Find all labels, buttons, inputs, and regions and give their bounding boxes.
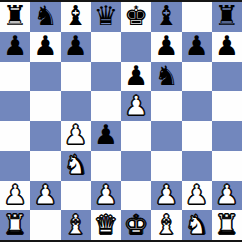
square-d6[interactable] xyxy=(91,62,121,92)
square-d7[interactable] xyxy=(91,32,121,62)
square-f5[interactable] xyxy=(151,91,181,121)
square-b7[interactable]: ♟ xyxy=(30,32,60,62)
white-rook-icon[interactable]: ♜ xyxy=(215,211,239,238)
square-b4[interactable] xyxy=(30,121,60,151)
black-pawn-icon[interactable]: ♟ xyxy=(124,62,148,89)
square-f4[interactable] xyxy=(151,121,181,151)
square-c4[interactable]: ♟ xyxy=(61,121,91,151)
square-a1[interactable]: ♜ xyxy=(0,210,30,240)
square-c2[interactable] xyxy=(61,181,91,211)
white-pawn-icon[interactable]: ♟ xyxy=(185,181,209,208)
square-d3[interactable] xyxy=(91,151,121,181)
white-pawn-icon[interactable]: ♟ xyxy=(94,181,118,208)
square-e3[interactable] xyxy=(121,151,151,181)
square-g3[interactable] xyxy=(182,151,212,181)
black-bishop-icon[interactable]: ♝ xyxy=(154,2,178,29)
square-b1[interactable] xyxy=(30,210,60,240)
square-f6[interactable]: ♞ xyxy=(151,62,181,92)
square-e4[interactable] xyxy=(121,121,151,151)
square-g6[interactable] xyxy=(182,62,212,92)
white-king-icon[interactable]: ♚ xyxy=(124,211,148,238)
black-rook-icon[interactable]: ♜ xyxy=(3,2,27,29)
square-h7[interactable]: ♟ xyxy=(212,32,242,62)
white-knight-icon[interactable]: ♞ xyxy=(185,211,209,238)
black-pawn-icon[interactable]: ♟ xyxy=(3,32,27,59)
square-e1[interactable]: ♚ xyxy=(121,210,151,240)
square-h2[interactable]: ♟ xyxy=(212,181,242,211)
square-e6[interactable]: ♟ xyxy=(121,62,151,92)
square-h4[interactable] xyxy=(212,121,242,151)
square-c7[interactable]: ♟ xyxy=(61,32,91,62)
black-bishop-icon[interactable]: ♝ xyxy=(64,2,88,29)
chess-board: ♜♞♝♛♚♝♜♟♟♟♟♟♟♟♞♟♟♟♞♟♟♟♟♟♟♜♝♛♚♝♞♜ xyxy=(0,0,242,242)
black-queen-icon[interactable]: ♛ xyxy=(94,2,118,29)
square-d8[interactable]: ♛ xyxy=(91,2,121,32)
square-f1[interactable]: ♝ xyxy=(151,210,181,240)
square-d1[interactable]: ♛ xyxy=(91,210,121,240)
square-e7[interactable] xyxy=(121,32,151,62)
white-rook-icon[interactable]: ♜ xyxy=(3,211,27,238)
black-king-icon[interactable]: ♚ xyxy=(124,2,148,29)
black-rook-icon[interactable]: ♜ xyxy=(215,2,239,29)
square-g2[interactable]: ♟ xyxy=(182,181,212,211)
square-e2[interactable] xyxy=(121,181,151,211)
square-g8[interactable] xyxy=(182,2,212,32)
square-h3[interactable] xyxy=(212,151,242,181)
square-a2[interactable]: ♟ xyxy=(0,181,30,211)
square-b8[interactable]: ♞ xyxy=(30,2,60,32)
square-a7[interactable]: ♟ xyxy=(0,32,30,62)
square-f3[interactable] xyxy=(151,151,181,181)
square-h1[interactable]: ♜ xyxy=(212,210,242,240)
square-h8[interactable]: ♜ xyxy=(212,2,242,32)
white-pawn-icon[interactable]: ♟ xyxy=(124,92,148,119)
square-g4[interactable] xyxy=(182,121,212,151)
square-h6[interactable] xyxy=(212,62,242,92)
square-c1[interactable]: ♝ xyxy=(61,210,91,240)
white-bishop-icon[interactable]: ♝ xyxy=(64,211,88,238)
square-g1[interactable]: ♞ xyxy=(182,210,212,240)
black-pawn-icon[interactable]: ♟ xyxy=(215,32,239,59)
white-queen-icon[interactable]: ♛ xyxy=(94,211,118,238)
square-f7[interactable]: ♟ xyxy=(151,32,181,62)
black-knight-icon[interactable]: ♞ xyxy=(33,2,57,29)
square-b3[interactable] xyxy=(30,151,60,181)
square-a4[interactable] xyxy=(0,121,30,151)
square-b2[interactable]: ♟ xyxy=(30,181,60,211)
square-b5[interactable] xyxy=(30,91,60,121)
square-a6[interactable] xyxy=(0,62,30,92)
square-d2[interactable]: ♟ xyxy=(91,181,121,211)
white-pawn-icon[interactable]: ♟ xyxy=(3,181,27,208)
white-bishop-icon[interactable]: ♝ xyxy=(154,211,178,238)
square-c8[interactable]: ♝ xyxy=(61,2,91,32)
square-a3[interactable] xyxy=(0,151,30,181)
square-h5[interactable] xyxy=(212,91,242,121)
square-g7[interactable]: ♟ xyxy=(182,32,212,62)
white-pawn-icon[interactable]: ♟ xyxy=(215,181,239,208)
black-pawn-icon[interactable]: ♟ xyxy=(64,32,88,59)
square-a8[interactable]: ♜ xyxy=(0,2,30,32)
black-pawn-icon[interactable]: ♟ xyxy=(33,32,57,59)
square-b6[interactable] xyxy=(30,62,60,92)
square-d5[interactable] xyxy=(91,91,121,121)
square-e8[interactable]: ♚ xyxy=(121,2,151,32)
black-knight-icon[interactable]: ♞ xyxy=(154,62,178,89)
square-f8[interactable]: ♝ xyxy=(151,2,181,32)
square-a5[interactable] xyxy=(0,91,30,121)
square-f2[interactable]: ♟ xyxy=(151,181,181,211)
square-d4[interactable]: ♟ xyxy=(91,121,121,151)
black-pawn-icon[interactable]: ♟ xyxy=(185,32,209,59)
square-g5[interactable] xyxy=(182,91,212,121)
square-e5[interactable]: ♟ xyxy=(121,91,151,121)
white-pawn-icon[interactable]: ♟ xyxy=(154,181,178,208)
square-c6[interactable] xyxy=(61,62,91,92)
white-pawn-icon[interactable]: ♟ xyxy=(64,121,88,148)
square-c5[interactable] xyxy=(61,91,91,121)
black-pawn-icon[interactable]: ♟ xyxy=(94,121,118,148)
white-knight-icon[interactable]: ♞ xyxy=(64,151,88,178)
white-pawn-icon[interactable]: ♟ xyxy=(33,181,57,208)
black-pawn-icon[interactable]: ♟ xyxy=(154,32,178,59)
square-c3[interactable]: ♞ xyxy=(61,151,91,181)
